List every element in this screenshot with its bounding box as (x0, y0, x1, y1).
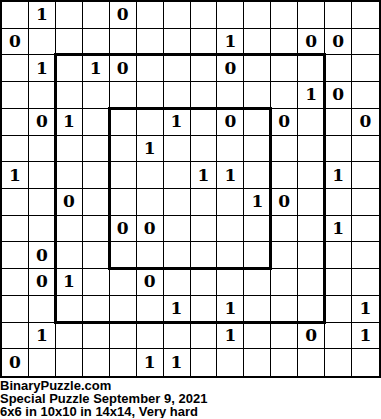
cell-r7c10: 0 (271, 189, 298, 216)
cell-r1c6[interactable] (164, 29, 191, 56)
cell-r7c0[interactable] (2, 189, 29, 216)
cell-r8c7[interactable] (191, 216, 218, 243)
cell-r2c1: 1 (29, 55, 56, 82)
cell-r13c10[interactable] (271, 349, 298, 376)
cell-r8c0[interactable] (2, 216, 29, 243)
cell-r0c3[interactable] (83, 2, 110, 29)
cell-r4c10: 0 (271, 109, 298, 136)
cell-r6c6[interactable] (164, 162, 191, 189)
cell-r10c1: 0 (29, 269, 56, 296)
cell-r5c4[interactable] (110, 136, 137, 163)
cell-r12c4[interactable] (110, 323, 137, 350)
cell-r0c5[interactable] (137, 2, 164, 29)
cell-r11c3[interactable] (83, 296, 110, 323)
cell-r13c11[interactable] (298, 349, 325, 376)
cell-r8c13[interactable] (352, 216, 379, 243)
cell-r10c4[interactable] (110, 269, 137, 296)
cell-r11c2[interactable] (56, 296, 83, 323)
cell-r12c10[interactable] (271, 323, 298, 350)
cell-r11c0[interactable] (2, 296, 29, 323)
cell-r11c1[interactable] (29, 296, 56, 323)
cell-r13c0: 0 (2, 349, 29, 376)
cell-r3c8[interactable] (217, 82, 244, 109)
cell-r6c9[interactable] (244, 162, 271, 189)
cell-r7c11[interactable] (298, 189, 325, 216)
cell-r11c4[interactable] (110, 296, 137, 323)
cell-r9c6[interactable] (164, 242, 191, 269)
cell-r9c11[interactable] (298, 242, 325, 269)
cell-r6c0: 1 (2, 162, 29, 189)
cell-r3c2[interactable] (56, 82, 83, 109)
cell-r11c9[interactable] (244, 296, 271, 323)
cell-r4c11[interactable] (298, 109, 325, 136)
cell-r2c10[interactable] (271, 55, 298, 82)
cell-r5c5: 1 (137, 136, 164, 163)
cell-r1c10[interactable] (271, 29, 298, 56)
cell-r10c8[interactable] (217, 269, 244, 296)
cell-r5c1[interactable] (29, 136, 56, 163)
cell-r13c7[interactable] (191, 349, 218, 376)
cell-r12c0[interactable] (2, 323, 29, 350)
cell-r12c3[interactable] (83, 323, 110, 350)
cell-r0c8[interactable] (217, 2, 244, 29)
cell-r1c8: 1 (217, 29, 244, 56)
cell-r0c4: 0 (110, 2, 137, 29)
cell-r3c10[interactable] (271, 82, 298, 109)
cell-r10c6[interactable] (164, 269, 191, 296)
cell-r13c6: 1 (164, 349, 191, 376)
cell-r1c4[interactable] (110, 29, 137, 56)
cell-r6c5[interactable] (137, 162, 164, 189)
cell-r3c1[interactable] (29, 82, 56, 109)
cell-r8c3[interactable] (83, 216, 110, 243)
cell-r13c12[interactable] (325, 349, 352, 376)
cell-r11c6: 1 (164, 296, 191, 323)
cell-r0c12[interactable] (325, 2, 352, 29)
cell-r9c13[interactable] (352, 242, 379, 269)
cell-r9c2[interactable] (56, 242, 83, 269)
cell-r12c13: 1 (352, 323, 379, 350)
cell-r13c13[interactable] (352, 349, 379, 376)
cell-r1c13[interactable] (352, 29, 379, 56)
cell-r2c12[interactable] (325, 55, 352, 82)
cell-r5c8[interactable] (217, 136, 244, 163)
cell-r12c5[interactable] (137, 323, 164, 350)
cell-r12c7[interactable] (191, 323, 218, 350)
cell-r9c5[interactable] (137, 242, 164, 269)
cell-r1c1[interactable] (29, 29, 56, 56)
cell-r8c5: 0 (137, 216, 164, 243)
cell-r7c9: 1 (244, 189, 271, 216)
cell-r8c1[interactable] (29, 216, 56, 243)
cell-r7c3[interactable] (83, 189, 110, 216)
cell-r5c3[interactable] (83, 136, 110, 163)
puzzle-page: 1001001100100110001111101000100101111101… (0, 0, 381, 418)
cell-r2c0[interactable] (2, 55, 29, 82)
cell-r6c11[interactable] (298, 162, 325, 189)
cell-r0c13[interactable] (352, 2, 379, 29)
puzzle-footer: BinaryPuzzle.com Special Puzzle Septembe… (0, 378, 381, 418)
binary-puzzle-board: 1001001100100110001111101000100101111101… (0, 0, 381, 378)
cell-r4c4[interactable] (110, 109, 137, 136)
cell-r10c12[interactable] (325, 269, 352, 296)
cell-r12c1: 1 (29, 323, 56, 350)
cell-r2c13[interactable] (352, 55, 379, 82)
cell-r6c10[interactable] (271, 162, 298, 189)
cell-r6c1[interactable] (29, 162, 56, 189)
cell-r1c11: 0 (298, 29, 325, 56)
cell-r4c1: 0 (29, 109, 56, 136)
cell-r1c9[interactable] (244, 29, 271, 56)
cell-r7c1[interactable] (29, 189, 56, 216)
cell-r0c11[interactable] (298, 2, 325, 29)
cell-r9c10[interactable] (271, 242, 298, 269)
cell-r3c12: 0 (325, 82, 352, 109)
cell-r2c2[interactable] (56, 55, 83, 82)
cell-r5c6[interactable] (164, 136, 191, 163)
cell-r1c5[interactable] (137, 29, 164, 56)
cell-r9c3[interactable] (83, 242, 110, 269)
cell-r10c10[interactable] (271, 269, 298, 296)
cell-r2c11[interactable] (298, 55, 325, 82)
cell-r3c9[interactable] (244, 82, 271, 109)
cell-r13c3[interactable] (83, 349, 110, 376)
cell-r5c9[interactable] (244, 136, 271, 163)
cell-r12c8: 1 (217, 323, 244, 350)
cell-r11c8: 1 (217, 296, 244, 323)
cell-r5c7[interactable] (191, 136, 218, 163)
cell-r3c0[interactable] (2, 82, 29, 109)
cell-r4c0[interactable] (2, 109, 29, 136)
cell-r11c10[interactable] (271, 296, 298, 323)
cell-r3c7[interactable] (191, 82, 218, 109)
cell-r1c7[interactable] (191, 29, 218, 56)
cell-r3c11: 1 (298, 82, 325, 109)
cell-r7c12[interactable] (325, 189, 352, 216)
cell-r9c0[interactable] (2, 242, 29, 269)
cell-r7c2: 0 (56, 189, 83, 216)
cell-r2c8: 0 (217, 55, 244, 82)
cell-r6c8: 1 (217, 162, 244, 189)
cell-r3c4[interactable] (110, 82, 137, 109)
cell-r2c3: 1 (83, 55, 110, 82)
cell-r9c1: 0 (29, 242, 56, 269)
puzzle-description: 6x6 in 10x10 in 14x14, Very hard (0, 405, 381, 418)
cell-r8c12: 1 (325, 216, 352, 243)
cell-r3c3[interactable] (83, 82, 110, 109)
cell-r5c0[interactable] (2, 136, 29, 163)
cell-r7c5[interactable] (137, 189, 164, 216)
cell-r8c9[interactable] (244, 216, 271, 243)
cell-r10c5: 0 (137, 269, 164, 296)
cell-r9c9[interactable] (244, 242, 271, 269)
cell-r7c8[interactable] (217, 189, 244, 216)
cell-r12c11: 0 (298, 323, 325, 350)
cell-r3c13[interactable] (352, 82, 379, 109)
cell-r11c7[interactable] (191, 296, 218, 323)
cell-r0c2[interactable] (56, 2, 83, 29)
cell-r9c12[interactable] (325, 242, 352, 269)
cell-r4c7[interactable] (191, 109, 218, 136)
cell-r8c6[interactable] (164, 216, 191, 243)
cell-r2c4: 0 (110, 55, 137, 82)
cell-r7c7[interactable] (191, 189, 218, 216)
cell-r1c2[interactable] (56, 29, 83, 56)
cell-r10c11[interactable] (298, 269, 325, 296)
cell-r11c13: 1 (352, 296, 379, 323)
cell-r10c3[interactable] (83, 269, 110, 296)
cell-r6c2[interactable] (56, 162, 83, 189)
cell-r13c8[interactable] (217, 349, 244, 376)
cell-r10c0[interactable] (2, 269, 29, 296)
cell-r8c4: 0 (110, 216, 137, 243)
cell-r1c3[interactable] (83, 29, 110, 56)
cell-r4c2: 1 (56, 109, 83, 136)
cell-r0c9[interactable] (244, 2, 271, 29)
cell-r5c2[interactable] (56, 136, 83, 163)
cell-r9c7[interactable] (191, 242, 218, 269)
cell-r4c5[interactable] (137, 109, 164, 136)
cell-r11c11[interactable] (298, 296, 325, 323)
cell-r10c9[interactable] (244, 269, 271, 296)
cell-r5c10[interactable] (271, 136, 298, 163)
cell-r4c13: 0 (352, 109, 379, 136)
cell-r2c6[interactable] (164, 55, 191, 82)
cell-r6c4[interactable] (110, 162, 137, 189)
cell-r7c6[interactable] (164, 189, 191, 216)
cell-r7c4[interactable] (110, 189, 137, 216)
cell-r2c5[interactable] (137, 55, 164, 82)
cell-r0c7[interactable] (191, 2, 218, 29)
cell-r13c5: 1 (137, 349, 164, 376)
cell-r9c4[interactable] (110, 242, 137, 269)
cell-r5c11[interactable] (298, 136, 325, 163)
cell-r6c13[interactable] (352, 162, 379, 189)
cell-r7c13[interactable] (352, 189, 379, 216)
cell-r8c2[interactable] (56, 216, 83, 243)
cell-r1c0: 0 (2, 29, 29, 56)
cell-r8c8[interactable] (217, 216, 244, 243)
cell-r12c9[interactable] (244, 323, 271, 350)
cell-r4c6: 1 (164, 109, 191, 136)
cell-r0c0[interactable] (2, 2, 29, 29)
cell-r12c12[interactable] (325, 323, 352, 350)
cell-r4c9[interactable] (244, 109, 271, 136)
cell-r10c2: 1 (56, 269, 83, 296)
cell-r6c3[interactable] (83, 162, 110, 189)
cell-r8c10[interactable] (271, 216, 298, 243)
cell-r3c5[interactable] (137, 82, 164, 109)
cell-r5c12[interactable] (325, 136, 352, 163)
cell-r11c5[interactable] (137, 296, 164, 323)
cell-r6c12: 1 (325, 162, 352, 189)
cell-r12c6[interactable] (164, 323, 191, 350)
cell-r3c6[interactable] (164, 82, 191, 109)
cell-r5c13[interactable] (352, 136, 379, 163)
cell-r11c12[interactable] (325, 296, 352, 323)
cell-r13c4[interactable] (110, 349, 137, 376)
cell-r0c1: 1 (29, 2, 56, 29)
cell-r12c2[interactable] (56, 323, 83, 350)
cell-r13c9[interactable] (244, 349, 271, 376)
cell-r4c3[interactable] (83, 109, 110, 136)
cell-r4c12[interactable] (325, 109, 352, 136)
cell-r1c12: 0 (325, 29, 352, 56)
cell-r4c8: 0 (217, 109, 244, 136)
cell-r8c11[interactable] (298, 216, 325, 243)
cell-r13c1[interactable] (29, 349, 56, 376)
cell-r2c7[interactable] (191, 55, 218, 82)
cell-r2c9[interactable] (244, 55, 271, 82)
cell-r6c7: 1 (191, 162, 218, 189)
cell-r10c7[interactable] (191, 269, 218, 296)
cell-r9c8[interactable] (217, 242, 244, 269)
cell-r10c13[interactable] (352, 269, 379, 296)
cell-r13c2[interactable] (56, 349, 83, 376)
cell-r0c6[interactable] (164, 2, 191, 29)
cell-r0c10[interactable] (271, 2, 298, 29)
